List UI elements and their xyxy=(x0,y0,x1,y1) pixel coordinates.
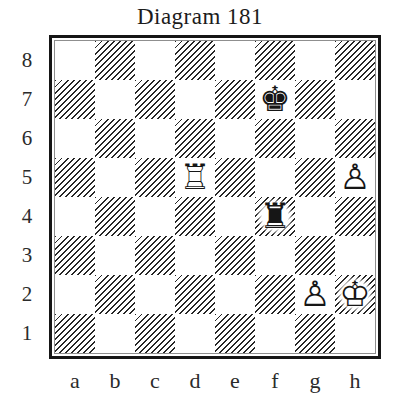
rank-label-1: 1 xyxy=(14,314,40,353)
square-c5 xyxy=(135,158,175,197)
square-a2 xyxy=(55,275,95,314)
file-label-e: e xyxy=(215,366,255,396)
square-d6 xyxy=(175,119,215,158)
square-f3 xyxy=(255,236,295,275)
square-d7 xyxy=(175,80,215,119)
file-label-h: h xyxy=(335,366,375,396)
rank-labels: 87654321 xyxy=(14,41,40,353)
square-e1 xyxy=(215,314,255,353)
rank-label-7: 7 xyxy=(14,80,40,119)
square-f7: ♚ xyxy=(255,80,295,119)
square-e3 xyxy=(215,236,255,275)
square-f6 xyxy=(255,119,295,158)
square-b7 xyxy=(95,80,135,119)
square-g6 xyxy=(295,119,335,158)
file-label-f: f xyxy=(255,366,295,396)
square-h7 xyxy=(335,80,375,119)
square-a1 xyxy=(55,314,95,353)
chess-board: ♚♜♖♟♙♜♟♙♚♔ xyxy=(49,35,381,359)
rank-label-4: 4 xyxy=(14,197,40,236)
square-g8 xyxy=(295,41,335,80)
square-h4 xyxy=(335,197,375,236)
file-label-c: c xyxy=(135,366,175,396)
white-rook-icon: ♜♖ xyxy=(175,158,215,197)
square-a8 xyxy=(55,41,95,80)
square-e7 xyxy=(215,80,255,119)
square-a7 xyxy=(55,80,95,119)
square-c4 xyxy=(135,197,175,236)
square-f8 xyxy=(255,41,295,80)
square-e6 xyxy=(215,119,255,158)
square-c2 xyxy=(135,275,175,314)
rank-label-8: 8 xyxy=(14,41,40,80)
square-b6 xyxy=(95,119,135,158)
square-a3 xyxy=(55,236,95,275)
square-b1 xyxy=(95,314,135,353)
square-c7 xyxy=(135,80,175,119)
file-label-a: a xyxy=(55,366,95,396)
square-h6 xyxy=(335,119,375,158)
square-a4 xyxy=(55,197,95,236)
square-d1 xyxy=(175,314,215,353)
square-g1 xyxy=(295,314,335,353)
file-label-b: b xyxy=(95,366,135,396)
square-b4 xyxy=(95,197,135,236)
square-g7 xyxy=(295,80,335,119)
square-h5: ♟♙ xyxy=(335,158,375,197)
square-h3 xyxy=(335,236,375,275)
square-g2: ♟♙ xyxy=(295,275,335,314)
square-d3 xyxy=(175,236,215,275)
file-label-d: d xyxy=(175,366,215,396)
square-b3 xyxy=(95,236,135,275)
square-d8 xyxy=(175,41,215,80)
square-d4 xyxy=(175,197,215,236)
square-c6 xyxy=(135,119,175,158)
square-c1 xyxy=(135,314,175,353)
diagram-title: Diagram 181 xyxy=(0,4,400,30)
square-g5 xyxy=(295,158,335,197)
square-d2 xyxy=(175,275,215,314)
rank-label-3: 3 xyxy=(14,236,40,275)
square-h1 xyxy=(335,314,375,353)
square-f1 xyxy=(255,314,295,353)
square-d5: ♜♖ xyxy=(175,158,215,197)
square-f4: ♜ xyxy=(255,197,295,236)
black-king-icon: ♚ xyxy=(255,80,295,119)
black-rook-icon: ♜ xyxy=(255,197,295,236)
square-f2 xyxy=(255,275,295,314)
rank-label-5: 5 xyxy=(14,158,40,197)
square-b2 xyxy=(95,275,135,314)
square-e4 xyxy=(215,197,255,236)
square-h2: ♚♔ xyxy=(335,275,375,314)
square-c8 xyxy=(135,41,175,80)
white-pawn-icon: ♟♙ xyxy=(335,158,375,197)
square-c3 xyxy=(135,236,175,275)
board-inner-frame: ♚♜♖♟♙♜♟♙♚♔ xyxy=(54,40,376,354)
square-b8 xyxy=(95,41,135,80)
square-h8 xyxy=(335,41,375,80)
square-e2 xyxy=(215,275,255,314)
file-labels: abcdefgh xyxy=(55,366,375,396)
square-e8 xyxy=(215,41,255,80)
file-label-g: g xyxy=(295,366,335,396)
square-a6 xyxy=(55,119,95,158)
square-e5 xyxy=(215,158,255,197)
rank-label-2: 2 xyxy=(14,275,40,314)
rank-label-6: 6 xyxy=(14,119,40,158)
square-g4 xyxy=(295,197,335,236)
square-f5 xyxy=(255,158,295,197)
white-king-icon: ♚♔ xyxy=(335,275,375,314)
board-grid: ♚♜♖♟♙♜♟♙♚♔ xyxy=(55,41,375,353)
white-pawn-icon: ♟♙ xyxy=(295,275,335,314)
square-a5 xyxy=(55,158,95,197)
square-g3 xyxy=(295,236,335,275)
square-b5 xyxy=(95,158,135,197)
